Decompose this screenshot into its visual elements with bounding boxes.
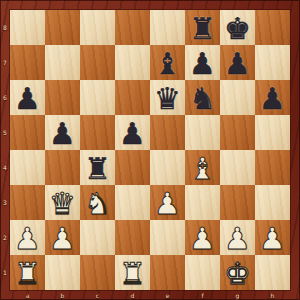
file-label-d: d	[115, 290, 150, 300]
square-e1[interactable]	[150, 255, 185, 290]
piece-black-pawn[interactable]: ♟	[14, 81, 41, 116]
square-c3[interactable]: ♞	[80, 185, 115, 220]
piece-black-pawn[interactable]: ♟	[224, 46, 251, 81]
square-a6[interactable]: ♟	[10, 80, 45, 115]
square-b5[interactable]: ♟	[45, 115, 80, 150]
square-e7[interactable]: ♝	[150, 45, 185, 80]
square-a2[interactable]: ♟	[10, 220, 45, 255]
square-h8[interactable]	[255, 10, 290, 45]
piece-black-pawn[interactable]: ♟	[119, 116, 146, 151]
square-h6[interactable]: ♟	[255, 80, 290, 115]
file-label-h: h	[255, 290, 290, 300]
square-c4[interactable]: ♜	[80, 150, 115, 185]
square-b3[interactable]: ♛	[45, 185, 80, 220]
square-d6[interactable]	[115, 80, 150, 115]
square-g1[interactable]: ♚	[220, 255, 255, 290]
piece-white-king[interactable]: ♚	[224, 256, 251, 291]
square-b2[interactable]: ♟	[45, 220, 80, 255]
rank-label-7: 7	[0, 45, 10, 80]
piece-black-queen[interactable]: ♛	[154, 81, 181, 116]
square-e6[interactable]: ♛	[150, 80, 185, 115]
square-e5[interactable]	[150, 115, 185, 150]
square-f6[interactable]: ♞	[185, 80, 220, 115]
square-h7[interactable]	[255, 45, 290, 80]
piece-black-king[interactable]: ♚	[224, 11, 251, 46]
square-c2[interactable]	[80, 220, 115, 255]
piece-white-pawn[interactable]: ♟	[259, 221, 286, 256]
square-a1[interactable]: ♜	[10, 255, 45, 290]
piece-white-pawn[interactable]: ♟	[154, 186, 181, 221]
square-f3[interactable]	[185, 185, 220, 220]
chess-board-frame: 87654321 abcdefgh ♜♚♝♟♟♟♛♞♟♟♟♜♝♛♞♟♟♟♟♟♟♜…	[0, 0, 300, 300]
file-label-c: c	[80, 290, 115, 300]
piece-black-bishop[interactable]: ♝	[154, 46, 181, 81]
square-a3[interactable]	[10, 185, 45, 220]
square-g3[interactable]	[220, 185, 255, 220]
square-d8[interactable]	[115, 10, 150, 45]
square-b6[interactable]	[45, 80, 80, 115]
square-f2[interactable]: ♟	[185, 220, 220, 255]
square-c5[interactable]	[80, 115, 115, 150]
piece-black-knight[interactable]: ♞	[189, 81, 216, 116]
square-g8[interactable]: ♚	[220, 10, 255, 45]
chess-board: ♜♚♝♟♟♟♛♞♟♟♟♜♝♛♞♟♟♟♟♟♟♜♜♚	[10, 10, 290, 290]
square-f5[interactable]	[185, 115, 220, 150]
file-label-f: f	[185, 290, 220, 300]
square-h1[interactable]	[255, 255, 290, 290]
square-d1[interactable]: ♜	[115, 255, 150, 290]
square-d3[interactable]	[115, 185, 150, 220]
square-b4[interactable]	[45, 150, 80, 185]
rank-label-2: 2	[0, 220, 10, 255]
square-c6[interactable]	[80, 80, 115, 115]
square-f1[interactable]	[185, 255, 220, 290]
square-g7[interactable]: ♟	[220, 45, 255, 80]
square-f8[interactable]: ♜	[185, 10, 220, 45]
square-d2[interactable]	[115, 220, 150, 255]
square-a7[interactable]	[10, 45, 45, 80]
square-b8[interactable]	[45, 10, 80, 45]
piece-white-pawn[interactable]: ♟	[224, 221, 251, 256]
piece-white-pawn[interactable]: ♟	[49, 221, 76, 256]
rank-label-6: 6	[0, 80, 10, 115]
piece-black-pawn[interactable]: ♟	[49, 116, 76, 151]
piece-white-rook[interactable]: ♜	[14, 256, 41, 291]
square-d4[interactable]	[115, 150, 150, 185]
square-d7[interactable]	[115, 45, 150, 80]
square-e3[interactable]: ♟	[150, 185, 185, 220]
square-h3[interactable]	[255, 185, 290, 220]
rank-label-3: 3	[0, 185, 10, 220]
piece-white-pawn[interactable]: ♟	[189, 221, 216, 256]
piece-black-rook[interactable]: ♜	[189, 11, 216, 46]
square-b1[interactable]	[45, 255, 80, 290]
file-label-g: g	[220, 290, 255, 300]
square-c1[interactable]	[80, 255, 115, 290]
rank-label-8: 8	[0, 10, 10, 45]
square-g2[interactable]: ♟	[220, 220, 255, 255]
rank-label-4: 4	[0, 150, 10, 185]
square-e8[interactable]	[150, 10, 185, 45]
square-g6[interactable]	[220, 80, 255, 115]
piece-black-pawn[interactable]: ♟	[259, 81, 286, 116]
file-label-a: a	[10, 290, 45, 300]
square-h4[interactable]	[255, 150, 290, 185]
square-e2[interactable]	[150, 220, 185, 255]
piece-white-knight[interactable]: ♞	[84, 186, 111, 221]
square-g4[interactable]	[220, 150, 255, 185]
square-f7[interactable]: ♟	[185, 45, 220, 80]
square-e4[interactable]	[150, 150, 185, 185]
square-a8[interactable]	[10, 10, 45, 45]
square-h5[interactable]	[255, 115, 290, 150]
piece-black-rook[interactable]: ♜	[84, 151, 111, 186]
square-a4[interactable]	[10, 150, 45, 185]
square-g5[interactable]	[220, 115, 255, 150]
piece-white-bishop[interactable]: ♝	[189, 151, 216, 186]
piece-white-queen[interactable]: ♛	[49, 186, 76, 221]
square-a5[interactable]	[10, 115, 45, 150]
rank-label-1: 1	[0, 255, 10, 290]
piece-white-pawn[interactable]: ♟	[14, 221, 41, 256]
square-b7[interactable]	[45, 45, 80, 80]
square-c8[interactable]	[80, 10, 115, 45]
file-label-e: e	[150, 290, 185, 300]
piece-black-pawn[interactable]: ♟	[189, 46, 216, 81]
piece-white-rook[interactable]: ♜	[119, 256, 146, 291]
square-c7[interactable]	[80, 45, 115, 80]
square-h2[interactable]: ♟	[255, 220, 290, 255]
square-f4[interactable]: ♝	[185, 150, 220, 185]
rank-label-5: 5	[0, 115, 10, 150]
square-d5[interactable]: ♟	[115, 115, 150, 150]
file-label-b: b	[45, 290, 80, 300]
